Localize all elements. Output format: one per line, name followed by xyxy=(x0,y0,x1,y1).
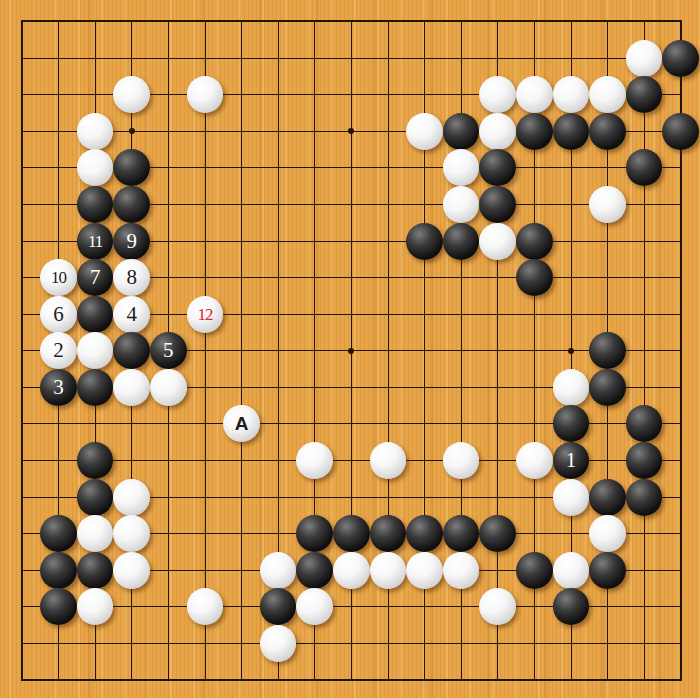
intersection[interactable]: 3 xyxy=(40,369,77,406)
intersection[interactable] xyxy=(589,588,626,625)
intersection[interactable] xyxy=(333,552,370,589)
intersection[interactable] xyxy=(260,515,297,552)
intersection[interactable] xyxy=(260,662,297,698)
intersection[interactable] xyxy=(589,223,626,260)
intersection[interactable] xyxy=(40,406,77,443)
intersection[interactable] xyxy=(626,3,663,40)
intersection[interactable] xyxy=(370,552,407,589)
intersection[interactable] xyxy=(333,369,370,406)
intersection[interactable] xyxy=(443,296,480,333)
intersection[interactable] xyxy=(370,77,407,114)
intersection[interactable] xyxy=(370,406,407,443)
intersection[interactable] xyxy=(40,662,77,698)
intersection[interactable] xyxy=(77,186,114,223)
intersection[interactable] xyxy=(187,150,224,187)
intersection[interactable] xyxy=(443,186,480,223)
intersection[interactable] xyxy=(443,369,480,406)
intersection[interactable] xyxy=(443,479,480,516)
intersection[interactable] xyxy=(370,150,407,187)
intersection[interactable] xyxy=(187,588,224,625)
intersection[interactable] xyxy=(553,3,590,40)
intersection[interactable] xyxy=(296,369,333,406)
intersection[interactable] xyxy=(4,552,41,589)
intersection[interactable] xyxy=(443,552,480,589)
intersection[interactable] xyxy=(443,3,480,40)
intersection[interactable] xyxy=(516,479,553,516)
intersection[interactable] xyxy=(260,369,297,406)
intersection[interactable] xyxy=(516,552,553,589)
intersection[interactable] xyxy=(370,223,407,260)
intersection[interactable] xyxy=(443,150,480,187)
intersection[interactable] xyxy=(77,662,114,698)
intersection[interactable] xyxy=(187,479,224,516)
intersection[interactable] xyxy=(77,479,114,516)
intersection[interactable] xyxy=(589,332,626,369)
intersection[interactable] xyxy=(589,442,626,479)
intersection[interactable] xyxy=(296,223,333,260)
intersection[interactable] xyxy=(443,442,480,479)
intersection[interactable] xyxy=(4,406,41,443)
intersection[interactable] xyxy=(260,150,297,187)
intersection[interactable] xyxy=(260,552,297,589)
intersection[interactable] xyxy=(223,369,260,406)
intersection[interactable] xyxy=(296,150,333,187)
intersection[interactable] xyxy=(626,40,663,77)
intersection[interactable] xyxy=(333,625,370,662)
intersection[interactable] xyxy=(479,3,516,40)
intersection[interactable] xyxy=(662,40,699,77)
intersection[interactable] xyxy=(443,515,480,552)
intersection[interactable] xyxy=(150,442,187,479)
intersection[interactable] xyxy=(333,406,370,443)
intersection[interactable] xyxy=(150,223,187,260)
intersection[interactable] xyxy=(187,515,224,552)
intersection[interactable] xyxy=(516,332,553,369)
intersection[interactable] xyxy=(516,588,553,625)
intersection[interactable] xyxy=(406,77,443,114)
intersection[interactable] xyxy=(187,442,224,479)
intersection[interactable] xyxy=(223,515,260,552)
intersection[interactable] xyxy=(296,662,333,698)
intersection[interactable] xyxy=(333,588,370,625)
intersection[interactable] xyxy=(77,442,114,479)
intersection[interactable] xyxy=(4,113,41,150)
intersection[interactable] xyxy=(589,259,626,296)
intersection[interactable] xyxy=(626,479,663,516)
intersection[interactable] xyxy=(553,150,590,187)
intersection[interactable] xyxy=(4,515,41,552)
intersection[interactable] xyxy=(260,3,297,40)
intersection[interactable] xyxy=(113,479,150,516)
intersection[interactable] xyxy=(113,113,150,150)
intersection[interactable] xyxy=(626,113,663,150)
intersection[interactable] xyxy=(77,296,114,333)
intersection[interactable] xyxy=(40,3,77,40)
intersection[interactable] xyxy=(150,369,187,406)
intersection[interactable] xyxy=(626,332,663,369)
intersection[interactable] xyxy=(296,332,333,369)
intersection[interactable] xyxy=(4,442,41,479)
intersection[interactable] xyxy=(223,625,260,662)
intersection[interactable] xyxy=(223,296,260,333)
intersection[interactable] xyxy=(626,77,663,114)
intersection[interactable] xyxy=(370,369,407,406)
intersection[interactable] xyxy=(77,406,114,443)
intersection[interactable] xyxy=(370,296,407,333)
intersection[interactable] xyxy=(113,442,150,479)
intersection[interactable] xyxy=(662,150,699,187)
intersection[interactable] xyxy=(150,3,187,40)
intersection[interactable] xyxy=(4,77,41,114)
intersection[interactable] xyxy=(333,442,370,479)
intersection[interactable] xyxy=(589,3,626,40)
intersection[interactable]: 8 xyxy=(113,259,150,296)
intersection[interactable] xyxy=(40,625,77,662)
intersection[interactable] xyxy=(260,332,297,369)
intersection[interactable] xyxy=(589,369,626,406)
intersection[interactable] xyxy=(223,442,260,479)
intersection[interactable] xyxy=(443,223,480,260)
intersection[interactable] xyxy=(589,40,626,77)
intersection[interactable] xyxy=(589,296,626,333)
intersection[interactable] xyxy=(479,625,516,662)
intersection[interactable] xyxy=(260,259,297,296)
intersection[interactable] xyxy=(370,3,407,40)
intersection[interactable] xyxy=(479,223,516,260)
intersection[interactable] xyxy=(150,259,187,296)
intersection[interactable] xyxy=(479,40,516,77)
intersection[interactable] xyxy=(333,186,370,223)
intersection[interactable] xyxy=(516,77,553,114)
intersection[interactable] xyxy=(40,150,77,187)
intersection[interactable] xyxy=(223,40,260,77)
intersection[interactable] xyxy=(626,515,663,552)
intersection[interactable] xyxy=(516,442,553,479)
intersection[interactable] xyxy=(223,223,260,260)
intersection[interactable] xyxy=(553,479,590,516)
intersection[interactable] xyxy=(223,662,260,698)
intersection[interactable] xyxy=(187,369,224,406)
intersection[interactable] xyxy=(662,223,699,260)
intersection[interactable] xyxy=(479,259,516,296)
intersection[interactable] xyxy=(662,662,699,698)
intersection[interactable] xyxy=(553,332,590,369)
intersection[interactable] xyxy=(150,150,187,187)
intersection[interactable] xyxy=(406,442,443,479)
intersection[interactable] xyxy=(406,479,443,516)
intersection[interactable] xyxy=(553,369,590,406)
intersection[interactable] xyxy=(187,40,224,77)
intersection[interactable] xyxy=(187,3,224,40)
intersection[interactable] xyxy=(516,406,553,443)
intersection[interactable] xyxy=(4,479,41,516)
intersection[interactable] xyxy=(113,40,150,77)
intersection[interactable]: 9 xyxy=(113,223,150,260)
intersection[interactable] xyxy=(296,186,333,223)
intersection[interactable] xyxy=(370,186,407,223)
intersection[interactable] xyxy=(150,588,187,625)
intersection[interactable] xyxy=(516,296,553,333)
intersection[interactable] xyxy=(626,369,663,406)
intersection[interactable] xyxy=(260,442,297,479)
intersection[interactable] xyxy=(443,77,480,114)
intersection[interactable] xyxy=(296,588,333,625)
intersection[interactable] xyxy=(4,296,41,333)
intersection[interactable] xyxy=(406,332,443,369)
intersection[interactable] xyxy=(589,552,626,589)
intersection[interactable] xyxy=(113,406,150,443)
intersection[interactable] xyxy=(113,588,150,625)
intersection[interactable] xyxy=(406,515,443,552)
intersection[interactable] xyxy=(296,113,333,150)
intersection[interactable] xyxy=(406,3,443,40)
intersection[interactable] xyxy=(333,113,370,150)
intersection[interactable] xyxy=(223,113,260,150)
intersection[interactable] xyxy=(4,259,41,296)
intersection[interactable] xyxy=(443,40,480,77)
intersection[interactable] xyxy=(223,150,260,187)
intersection[interactable] xyxy=(4,588,41,625)
intersection[interactable] xyxy=(77,625,114,662)
intersection[interactable] xyxy=(662,515,699,552)
intersection[interactable] xyxy=(4,369,41,406)
intersection[interactable] xyxy=(370,625,407,662)
intersection[interactable] xyxy=(479,442,516,479)
intersection[interactable] xyxy=(187,625,224,662)
intersection[interactable] xyxy=(333,296,370,333)
intersection[interactable] xyxy=(406,40,443,77)
intersection[interactable] xyxy=(479,77,516,114)
intersection[interactable] xyxy=(296,442,333,479)
intersection[interactable] xyxy=(370,259,407,296)
intersection[interactable] xyxy=(260,113,297,150)
intersection[interactable] xyxy=(406,625,443,662)
intersection[interactable] xyxy=(406,296,443,333)
intersection[interactable] xyxy=(260,40,297,77)
intersection[interactable] xyxy=(370,332,407,369)
intersection[interactable] xyxy=(333,332,370,369)
intersection[interactable] xyxy=(589,479,626,516)
intersection[interactable] xyxy=(260,625,297,662)
intersection[interactable] xyxy=(77,369,114,406)
intersection[interactable] xyxy=(4,332,41,369)
intersection[interactable] xyxy=(370,40,407,77)
intersection[interactable] xyxy=(406,186,443,223)
intersection[interactable] xyxy=(370,515,407,552)
intersection[interactable]: 11 xyxy=(77,223,114,260)
intersection[interactable] xyxy=(406,552,443,589)
intersection[interactable]: 1 xyxy=(553,442,590,479)
intersection[interactable] xyxy=(662,77,699,114)
intersection[interactable] xyxy=(113,552,150,589)
intersection[interactable] xyxy=(516,662,553,698)
intersection[interactable] xyxy=(223,186,260,223)
intersection[interactable] xyxy=(443,332,480,369)
intersection[interactable] xyxy=(187,186,224,223)
intersection[interactable] xyxy=(296,479,333,516)
intersection[interactable] xyxy=(187,113,224,150)
intersection[interactable] xyxy=(333,223,370,260)
intersection[interactable] xyxy=(4,662,41,698)
intersection[interactable] xyxy=(443,662,480,698)
intersection[interactable] xyxy=(296,77,333,114)
intersection[interactable] xyxy=(223,479,260,516)
intersection[interactable] xyxy=(260,588,297,625)
intersection[interactable] xyxy=(223,77,260,114)
intersection[interactable] xyxy=(150,552,187,589)
intersection[interactable] xyxy=(662,442,699,479)
intersection[interactable] xyxy=(150,479,187,516)
intersection[interactable] xyxy=(333,77,370,114)
intersection[interactable] xyxy=(223,3,260,40)
intersection[interactable] xyxy=(150,40,187,77)
intersection[interactable] xyxy=(406,588,443,625)
intersection[interactable]: 4 xyxy=(113,296,150,333)
intersection[interactable] xyxy=(553,662,590,698)
intersection[interactable] xyxy=(40,113,77,150)
intersection[interactable] xyxy=(113,3,150,40)
intersection[interactable] xyxy=(626,296,663,333)
intersection[interactable] xyxy=(626,259,663,296)
intersection[interactable] xyxy=(443,113,480,150)
intersection[interactable]: 12 xyxy=(187,296,224,333)
intersection[interactable]: 10 xyxy=(40,259,77,296)
intersection[interactable] xyxy=(443,259,480,296)
intersection[interactable]: 2 xyxy=(40,332,77,369)
intersection[interactable] xyxy=(406,406,443,443)
intersection[interactable] xyxy=(626,223,663,260)
intersection[interactable] xyxy=(662,3,699,40)
intersection[interactable] xyxy=(4,223,41,260)
intersection[interactable] xyxy=(589,662,626,698)
intersection[interactable] xyxy=(589,186,626,223)
intersection[interactable] xyxy=(589,77,626,114)
intersection[interactable] xyxy=(223,259,260,296)
intersection[interactable] xyxy=(296,552,333,589)
intersection[interactable] xyxy=(187,77,224,114)
intersection[interactable] xyxy=(553,186,590,223)
intersection[interactable] xyxy=(77,150,114,187)
intersection[interactable] xyxy=(260,77,297,114)
intersection[interactable] xyxy=(40,479,77,516)
intersection[interactable] xyxy=(516,150,553,187)
intersection[interactable] xyxy=(150,662,187,698)
intersection[interactable] xyxy=(113,515,150,552)
intersection[interactable] xyxy=(4,150,41,187)
intersection[interactable] xyxy=(333,40,370,77)
intersection[interactable] xyxy=(40,40,77,77)
intersection[interactable] xyxy=(40,223,77,260)
intersection[interactable] xyxy=(4,3,41,40)
intersection[interactable]: 7 xyxy=(77,259,114,296)
intersection[interactable] xyxy=(516,259,553,296)
intersection[interactable] xyxy=(662,479,699,516)
intersection[interactable] xyxy=(4,625,41,662)
intersection[interactable] xyxy=(406,223,443,260)
intersection[interactable] xyxy=(626,625,663,662)
intersection[interactable] xyxy=(370,588,407,625)
intersection[interactable] xyxy=(662,369,699,406)
intersection[interactable] xyxy=(296,515,333,552)
intersection[interactable] xyxy=(589,625,626,662)
intersection[interactable]: A xyxy=(223,406,260,443)
intersection[interactable] xyxy=(113,150,150,187)
intersection[interactable] xyxy=(40,186,77,223)
intersection[interactable] xyxy=(516,369,553,406)
intersection[interactable] xyxy=(77,332,114,369)
intersection[interactable] xyxy=(516,186,553,223)
intersection[interactable] xyxy=(223,588,260,625)
intersection[interactable] xyxy=(479,552,516,589)
intersection[interactable] xyxy=(406,259,443,296)
intersection[interactable] xyxy=(77,3,114,40)
intersection[interactable] xyxy=(626,662,663,698)
intersection[interactable] xyxy=(187,259,224,296)
intersection[interactable] xyxy=(333,515,370,552)
intersection[interactable] xyxy=(553,77,590,114)
intersection[interactable] xyxy=(443,588,480,625)
intersection[interactable] xyxy=(77,552,114,589)
intersection[interactable] xyxy=(296,296,333,333)
intersection[interactable] xyxy=(40,442,77,479)
intersection[interactable] xyxy=(40,588,77,625)
intersection[interactable] xyxy=(479,113,516,150)
intersection[interactable] xyxy=(662,406,699,443)
intersection[interactable] xyxy=(553,552,590,589)
intersection[interactable] xyxy=(40,515,77,552)
intersection[interactable] xyxy=(370,662,407,698)
intersection[interactable] xyxy=(223,332,260,369)
intersection[interactable] xyxy=(370,113,407,150)
intersection[interactable] xyxy=(150,186,187,223)
intersection[interactable] xyxy=(479,479,516,516)
intersection[interactable] xyxy=(260,296,297,333)
intersection[interactable] xyxy=(516,515,553,552)
intersection[interactable] xyxy=(589,113,626,150)
intersection[interactable] xyxy=(77,113,114,150)
intersection[interactable] xyxy=(113,332,150,369)
intersection[interactable] xyxy=(479,406,516,443)
intersection[interactable] xyxy=(626,186,663,223)
intersection[interactable] xyxy=(406,662,443,698)
intersection[interactable] xyxy=(77,515,114,552)
intersection[interactable] xyxy=(626,406,663,443)
intersection[interactable]: 6 xyxy=(40,296,77,333)
intersection[interactable] xyxy=(370,479,407,516)
intersection[interactable] xyxy=(479,588,516,625)
intersection[interactable] xyxy=(77,40,114,77)
intersection[interactable] xyxy=(150,113,187,150)
intersection[interactable] xyxy=(406,369,443,406)
intersection[interactable] xyxy=(516,223,553,260)
intersection[interactable] xyxy=(296,259,333,296)
intersection[interactable] xyxy=(626,552,663,589)
intersection[interactable] xyxy=(443,406,480,443)
intersection[interactable] xyxy=(589,150,626,187)
intersection[interactable] xyxy=(150,406,187,443)
intersection[interactable] xyxy=(662,186,699,223)
intersection[interactable] xyxy=(40,552,77,589)
intersection[interactable] xyxy=(187,406,224,443)
intersection[interactable] xyxy=(662,259,699,296)
intersection[interactable] xyxy=(187,332,224,369)
intersection[interactable] xyxy=(260,186,297,223)
intersection[interactable] xyxy=(479,332,516,369)
intersection[interactable] xyxy=(187,662,224,698)
intersection[interactable] xyxy=(370,442,407,479)
intersection[interactable] xyxy=(296,406,333,443)
intersection[interactable] xyxy=(589,406,626,443)
